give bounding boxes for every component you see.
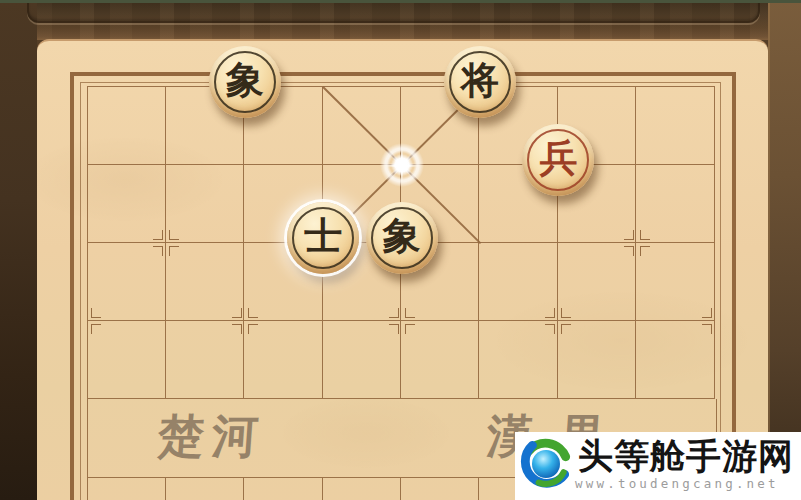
- move-sparkle-highlight: [379, 142, 425, 188]
- point-marker-cross: [700, 306, 730, 336]
- point-marker-cross: [387, 306, 417, 336]
- black-general-piece[interactable]: 将: [444, 46, 516, 118]
- board-cell: [323, 478, 401, 500]
- point-marker-cross: [622, 228, 652, 258]
- piece-glyph: 士: [287, 200, 359, 272]
- wood-background-left: [0, 0, 37, 500]
- piece-glyph: 象: [366, 200, 438, 272]
- xiangqi-game-screen: 楚河 漢界 象将兵士象 头等舱手游网: [0, 0, 801, 500]
- board-cell: [88, 87, 166, 165]
- toudengcang-logo-icon: [518, 436, 574, 492]
- black-elephant-piece[interactable]: 象: [209, 46, 281, 118]
- river-label-chu-he: 楚河: [156, 410, 268, 462]
- point-marker-cross: [151, 228, 181, 258]
- watermark-site-url: www.toudengcang.net: [575, 476, 779, 491]
- watermark-site-name: 头等舱手游网: [578, 433, 798, 480]
- sparkle-core: [379, 142, 425, 188]
- point-marker-cross: [543, 306, 573, 336]
- black-elephant-piece[interactable]: 象: [366, 202, 438, 274]
- piece-glyph: 将: [444, 44, 516, 116]
- board-cell: [166, 478, 244, 500]
- board-cell: [636, 87, 714, 165]
- red-soldier-piece[interactable]: 兵: [522, 124, 594, 196]
- wood-frame-groove: [27, 0, 760, 23]
- point-marker-cross: [73, 306, 103, 336]
- site-watermark: 头等舱手游网 www.toudengcang.net: [515, 432, 801, 500]
- wood-background-right: [768, 0, 801, 500]
- board-cell: [244, 478, 322, 500]
- piece-glyph: 象: [209, 44, 281, 116]
- board-cell: [401, 478, 479, 500]
- board-cell: [88, 478, 166, 500]
- black-advisor-piece[interactable]: 士: [287, 202, 359, 274]
- piece-glyph: 兵: [522, 122, 594, 194]
- point-marker-cross: [230, 306, 260, 336]
- top-edge-strip: [0, 0, 801, 3]
